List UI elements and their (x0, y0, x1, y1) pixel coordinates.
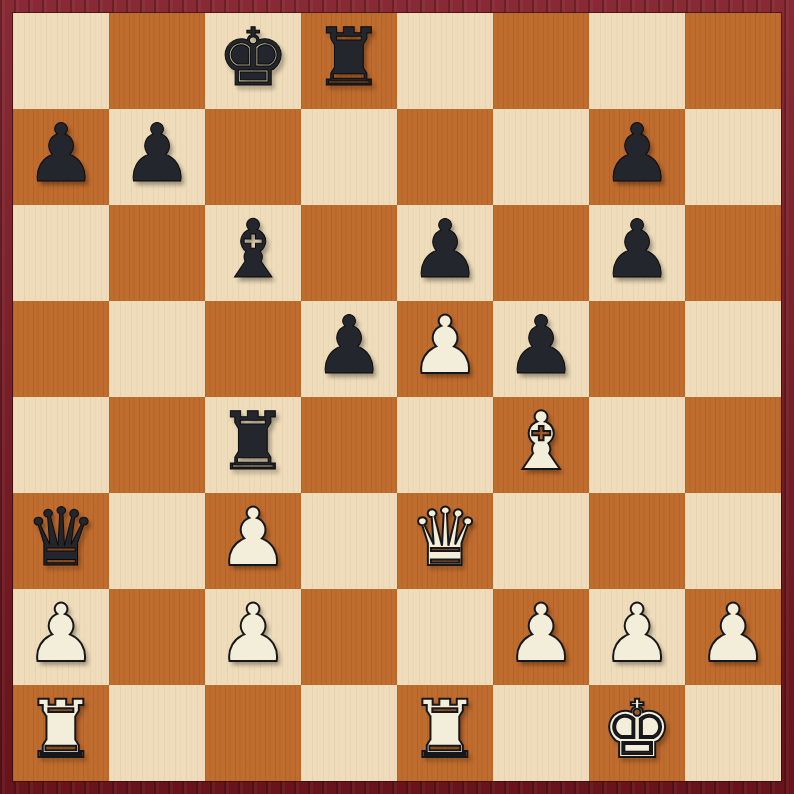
square-d4[interactable] (301, 397, 397, 493)
square-e8[interactable] (397, 13, 493, 109)
square-g2[interactable]: ♟ (589, 589, 685, 685)
piece-white-rook[interactable]: ♜ (409, 690, 481, 770)
square-c8[interactable]: ♚ (205, 13, 301, 109)
piece-black-pawn[interactable]: ♟ (409, 210, 481, 290)
square-b8[interactable] (109, 13, 205, 109)
piece-black-pawn[interactable]: ♟ (121, 114, 193, 194)
square-g7[interactable]: ♟ (589, 109, 685, 205)
square-b3[interactable] (109, 493, 205, 589)
square-h6[interactable] (685, 205, 781, 301)
square-h4[interactable] (685, 397, 781, 493)
piece-white-pawn[interactable]: ♟ (25, 594, 97, 674)
square-g4[interactable] (589, 397, 685, 493)
square-g3[interactable] (589, 493, 685, 589)
square-f5[interactable]: ♟ (493, 301, 589, 397)
square-a7[interactable]: ♟ (13, 109, 109, 205)
square-c3[interactable]: ♟ (205, 493, 301, 589)
square-b4[interactable] (109, 397, 205, 493)
square-e2[interactable] (397, 589, 493, 685)
square-e6[interactable]: ♟ (397, 205, 493, 301)
piece-white-pawn[interactable]: ♟ (409, 306, 481, 386)
square-c2[interactable]: ♟ (205, 589, 301, 685)
piece-white-pawn[interactable]: ♟ (697, 594, 769, 674)
piece-white-pawn[interactable]: ♟ (505, 594, 577, 674)
square-g1[interactable]: ♚ (589, 685, 685, 781)
square-a4[interactable] (13, 397, 109, 493)
square-d1[interactable] (301, 685, 397, 781)
square-d5[interactable]: ♟ (301, 301, 397, 397)
square-f3[interactable] (493, 493, 589, 589)
square-d7[interactable] (301, 109, 397, 205)
square-b2[interactable] (109, 589, 205, 685)
square-a1[interactable]: ♜ (13, 685, 109, 781)
square-g6[interactable]: ♟ (589, 205, 685, 301)
square-b7[interactable]: ♟ (109, 109, 205, 205)
square-c4[interactable]: ♜ (205, 397, 301, 493)
piece-black-rook[interactable]: ♜ (217, 402, 289, 482)
square-c7[interactable] (205, 109, 301, 205)
square-a5[interactable] (13, 301, 109, 397)
square-a3[interactable]: ♛ (13, 493, 109, 589)
square-e5[interactable]: ♟ (397, 301, 493, 397)
piece-black-pawn[interactable]: ♟ (313, 306, 385, 386)
square-e3[interactable]: ♛ (397, 493, 493, 589)
board-frame: ♚♜♟♟♟♝♟♟♟♟♟♜♝♛♟♛♟♟♟♟♟♜♜♚ (0, 0, 794, 794)
piece-white-king[interactable]: ♚ (601, 690, 673, 770)
square-c6[interactable]: ♝ (205, 205, 301, 301)
square-f2[interactable]: ♟ (493, 589, 589, 685)
piece-black-pawn[interactable]: ♟ (25, 114, 97, 194)
square-f7[interactable] (493, 109, 589, 205)
piece-black-pawn[interactable]: ♟ (601, 114, 673, 194)
piece-black-pawn[interactable]: ♟ (505, 306, 577, 386)
piece-black-bishop[interactable]: ♝ (217, 210, 289, 290)
square-b5[interactable] (109, 301, 205, 397)
square-h1[interactable] (685, 685, 781, 781)
square-c1[interactable] (205, 685, 301, 781)
piece-black-pawn[interactable]: ♟ (601, 210, 673, 290)
square-g5[interactable] (589, 301, 685, 397)
square-h5[interactable] (685, 301, 781, 397)
square-g8[interactable] (589, 13, 685, 109)
chess-board: ♚♜♟♟♟♝♟♟♟♟♟♜♝♛♟♛♟♟♟♟♟♜♜♚ (13, 13, 781, 781)
square-h2[interactable]: ♟ (685, 589, 781, 685)
piece-black-king[interactable]: ♚ (217, 18, 289, 98)
piece-black-queen[interactable]: ♛ (25, 498, 97, 578)
piece-white-pawn[interactable]: ♟ (601, 594, 673, 674)
square-h3[interactable] (685, 493, 781, 589)
square-e1[interactable]: ♜ (397, 685, 493, 781)
square-f6[interactable] (493, 205, 589, 301)
square-a6[interactable] (13, 205, 109, 301)
square-b1[interactable] (109, 685, 205, 781)
piece-white-rook[interactable]: ♜ (25, 690, 97, 770)
piece-white-pawn[interactable]: ♟ (217, 498, 289, 578)
piece-white-bishop[interactable]: ♝ (505, 402, 577, 482)
square-b6[interactable] (109, 205, 205, 301)
piece-white-queen[interactable]: ♛ (409, 498, 481, 578)
square-f1[interactable] (493, 685, 589, 781)
square-h7[interactable] (685, 109, 781, 205)
square-d6[interactable] (301, 205, 397, 301)
piece-white-pawn[interactable]: ♟ (217, 594, 289, 674)
square-c5[interactable] (205, 301, 301, 397)
piece-black-rook[interactable]: ♜ (313, 18, 385, 98)
square-e7[interactable] (397, 109, 493, 205)
square-d2[interactable] (301, 589, 397, 685)
square-a8[interactable] (13, 13, 109, 109)
square-h8[interactable] (685, 13, 781, 109)
square-d3[interactable] (301, 493, 397, 589)
square-a2[interactable]: ♟ (13, 589, 109, 685)
square-d8[interactable]: ♜ (301, 13, 397, 109)
square-f4[interactable]: ♝ (493, 397, 589, 493)
square-f8[interactable] (493, 13, 589, 109)
square-e4[interactable] (397, 397, 493, 493)
